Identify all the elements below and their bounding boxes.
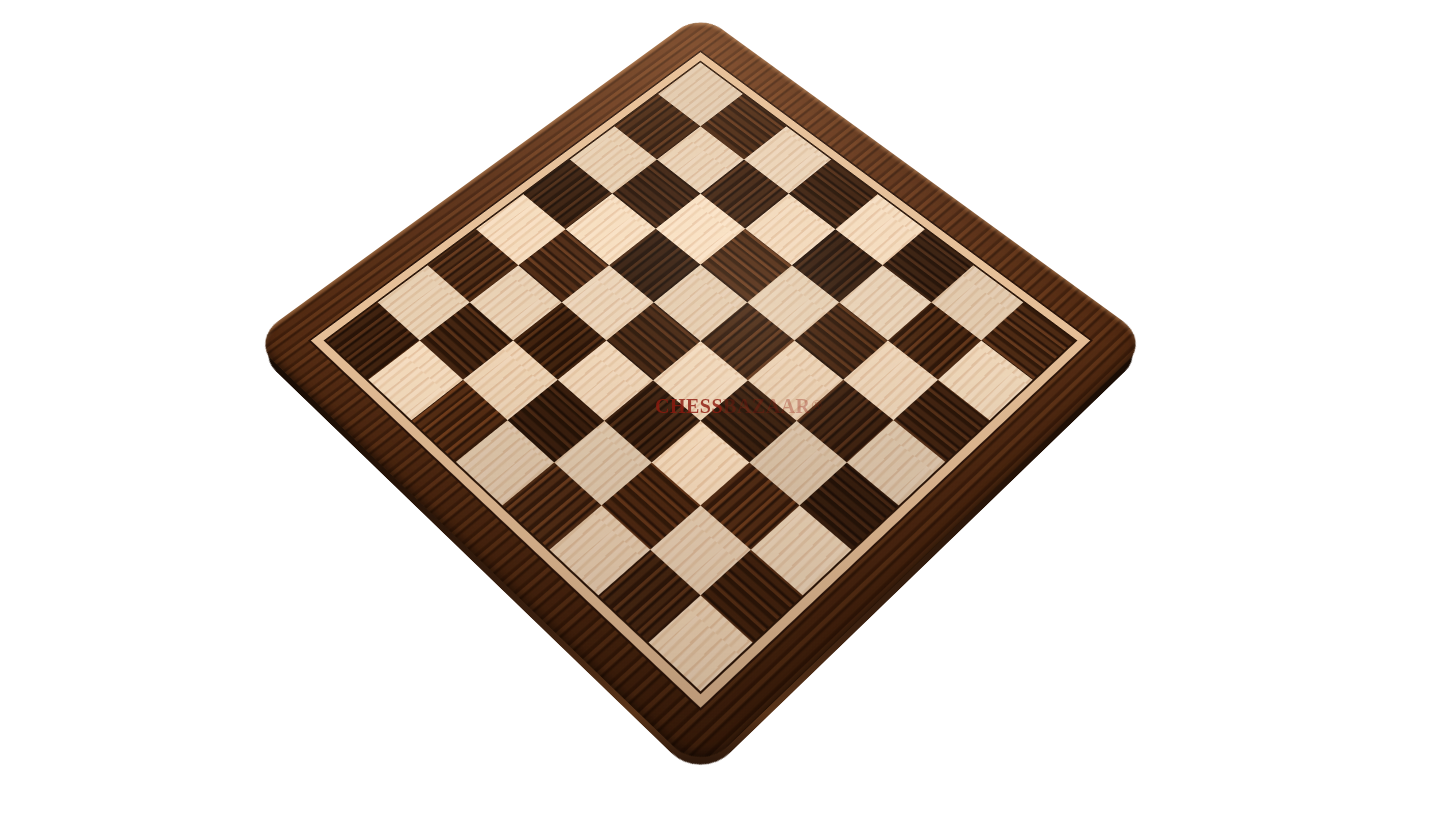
square-e4 — [653, 340, 748, 420]
chess-board — [251, 13, 1149, 772]
square-h1 — [648, 595, 752, 691]
board-top-face — [251, 13, 1149, 772]
square-d1 — [456, 420, 554, 505]
square-e3 — [604, 379, 700, 461]
square-h2 — [700, 549, 802, 642]
square-f1 — [549, 505, 650, 595]
square-f4 — [700, 379, 796, 461]
square-c2 — [463, 340, 558, 420]
square-f2 — [601, 462, 700, 549]
square-e2 — [553, 420, 651, 505]
square-h7 — [937, 340, 1032, 420]
square-h6 — [893, 379, 989, 461]
square-h3 — [750, 505, 851, 595]
playing-field — [326, 62, 1074, 691]
board-scene — [0, 0, 1445, 813]
square-g2 — [650, 505, 751, 595]
square-h4 — [799, 462, 898, 549]
square-f3 — [651, 420, 749, 505]
square-d2 — [507, 379, 603, 461]
square-g5 — [796, 379, 892, 461]
square-f5 — [747, 340, 842, 420]
square-g6 — [842, 340, 937, 420]
square-g3 — [700, 462, 799, 549]
square-g4 — [749, 420, 847, 505]
square-g1 — [598, 549, 700, 642]
square-h5 — [847, 420, 945, 505]
square-c1 — [411, 379, 507, 461]
square-b1 — [368, 340, 463, 420]
square-d3 — [558, 340, 653, 420]
square-e1 — [502, 462, 601, 549]
